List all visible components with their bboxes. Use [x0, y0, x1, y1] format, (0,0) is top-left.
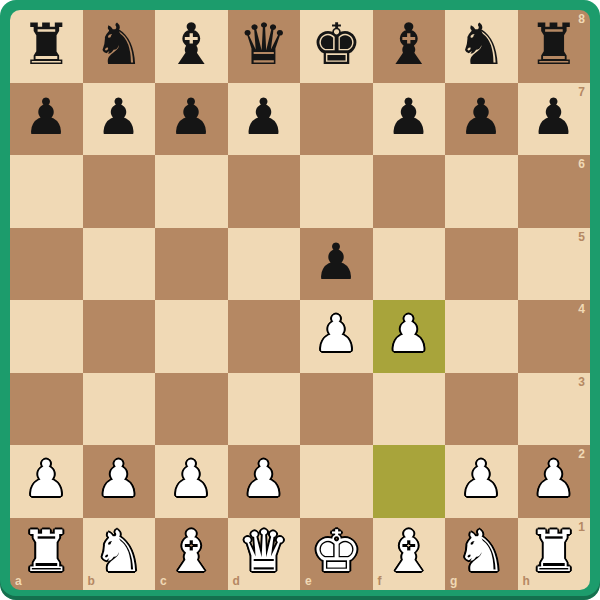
piece-white-pawn[interactable]: ♟ [24, 454, 69, 504]
square-g5[interactable] [445, 228, 518, 301]
square-d2[interactable]: ♟ [228, 445, 301, 518]
square-a7[interactable]: ♟ [10, 83, 83, 156]
square-d8[interactable]: ♛ [228, 10, 301, 83]
piece-white-knight[interactable]: ♞ [456, 523, 507, 580]
square-g2[interactable]: ♟ [445, 445, 518, 518]
piece-white-pawn[interactable]: ♟ [459, 454, 504, 504]
square-c3[interactable] [155, 373, 228, 446]
square-d6[interactable] [228, 155, 301, 228]
rank-label-4: 4 [578, 303, 585, 315]
square-f5[interactable] [373, 228, 446, 301]
square-c7[interactable]: ♟ [155, 83, 228, 156]
piece-black-rook[interactable]: ♜ [21, 16, 72, 73]
square-h5[interactable]: 5 [518, 228, 591, 301]
square-b2[interactable]: ♟ [83, 445, 156, 518]
square-h2[interactable]: 2♟ [518, 445, 591, 518]
square-h1[interactable]: 1h♜ [518, 518, 591, 591]
piece-black-pawn[interactable]: ♟ [459, 92, 504, 142]
rank-label-1: 1 [578, 521, 585, 533]
square-e7[interactable] [300, 83, 373, 156]
piece-white-pawn[interactable]: ♟ [169, 454, 214, 504]
square-b8[interactable]: ♞ [83, 10, 156, 83]
square-b6[interactable] [83, 155, 156, 228]
piece-black-pawn[interactable]: ♟ [241, 92, 286, 142]
square-e2[interactable] [300, 445, 373, 518]
square-f8[interactable]: ♝ [373, 10, 446, 83]
square-f3[interactable] [373, 373, 446, 446]
rank-label-5: 5 [578, 231, 585, 243]
square-g1[interactable]: g♞ [445, 518, 518, 591]
square-g7[interactable]: ♟ [445, 83, 518, 156]
piece-black-pawn[interactable]: ♟ [169, 92, 214, 142]
square-d1[interactable]: d♛ [228, 518, 301, 591]
piece-white-queen[interactable]: ♛ [238, 523, 289, 580]
piece-black-knight[interactable]: ♞ [93, 16, 144, 73]
square-h8[interactable]: 8♜ [518, 10, 591, 83]
square-f4[interactable]: ♟ [373, 300, 446, 373]
piece-white-rook[interactable]: ♜ [21, 523, 72, 580]
piece-white-pawn[interactable]: ♟ [531, 454, 576, 504]
piece-white-pawn[interactable]: ♟ [96, 454, 141, 504]
square-c4[interactable] [155, 300, 228, 373]
square-h4[interactable]: 4 [518, 300, 591, 373]
piece-white-pawn[interactable]: ♟ [314, 309, 359, 359]
chess-board: ♜♞♝♛♚♝♞8♜♟♟♟♟♟♟7♟6♟5♟♟43♟♟♟♟♟2♟a♜b♞c♝d♛e… [10, 10, 590, 590]
square-h6[interactable]: 6 [518, 155, 591, 228]
piece-black-king[interactable]: ♚ [311, 16, 362, 73]
square-b5[interactable] [83, 228, 156, 301]
square-b3[interactable] [83, 373, 156, 446]
square-d7[interactable]: ♟ [228, 83, 301, 156]
square-b7[interactable]: ♟ [83, 83, 156, 156]
square-c6[interactable] [155, 155, 228, 228]
rank-label-6: 6 [578, 158, 585, 170]
square-g8[interactable]: ♞ [445, 10, 518, 83]
square-e4[interactable]: ♟ [300, 300, 373, 373]
piece-black-bishop[interactable]: ♝ [383, 16, 434, 73]
square-d5[interactable] [228, 228, 301, 301]
square-f1[interactable]: f♝ [373, 518, 446, 591]
square-a5[interactable] [10, 228, 83, 301]
square-c5[interactable] [155, 228, 228, 301]
square-a3[interactable] [10, 373, 83, 446]
piece-white-pawn[interactable]: ♟ [241, 454, 286, 504]
square-g6[interactable] [445, 155, 518, 228]
piece-black-pawn[interactable]: ♟ [531, 92, 576, 142]
square-c1[interactable]: c♝ [155, 518, 228, 591]
square-b1[interactable]: b♞ [83, 518, 156, 591]
piece-white-pawn[interactable]: ♟ [386, 309, 431, 359]
square-e3[interactable] [300, 373, 373, 446]
square-f6[interactable] [373, 155, 446, 228]
board-frame: ♜♞♝♛♚♝♞8♜♟♟♟♟♟♟7♟6♟5♟♟43♟♟♟♟♟2♟a♜b♞c♝d♛e… [0, 0, 600, 600]
file-label-f: f [378, 575, 382, 587]
square-d3[interactable] [228, 373, 301, 446]
square-g4[interactable] [445, 300, 518, 373]
square-e6[interactable] [300, 155, 373, 228]
square-h3[interactable]: 3 [518, 373, 591, 446]
square-e5[interactable]: ♟ [300, 228, 373, 301]
piece-black-queen[interactable]: ♛ [238, 16, 289, 73]
square-a4[interactable] [10, 300, 83, 373]
piece-black-pawn[interactable]: ♟ [24, 92, 69, 142]
piece-black-knight[interactable]: ♞ [456, 16, 507, 73]
square-f2[interactable] [373, 445, 446, 518]
piece-black-bishop[interactable]: ♝ [166, 16, 217, 73]
piece-white-king[interactable]: ♚ [311, 523, 362, 580]
rank-label-7: 7 [578, 86, 585, 98]
square-b4[interactable] [83, 300, 156, 373]
rank-label-8: 8 [578, 13, 585, 25]
square-c8[interactable]: ♝ [155, 10, 228, 83]
square-a1[interactable]: a♜ [10, 518, 83, 591]
square-e8[interactable]: ♚ [300, 10, 373, 83]
piece-white-bishop[interactable]: ♝ [383, 523, 434, 580]
square-h7[interactable]: 7♟ [518, 83, 591, 156]
rank-label-3: 3 [578, 376, 585, 388]
square-g3[interactable] [445, 373, 518, 446]
square-c2[interactable]: ♟ [155, 445, 228, 518]
piece-black-pawn[interactable]: ♟ [314, 237, 359, 287]
square-e1[interactable]: e♚ [300, 518, 373, 591]
piece-black-rook[interactable]: ♜ [528, 16, 579, 73]
square-d4[interactable] [228, 300, 301, 373]
rank-label-2: 2 [578, 448, 585, 460]
square-a8[interactable]: ♜ [10, 10, 83, 83]
piece-white-rook[interactable]: ♜ [528, 523, 579, 580]
piece-white-bishop[interactable]: ♝ [166, 523, 217, 580]
square-a6[interactable] [10, 155, 83, 228]
piece-white-knight[interactable]: ♞ [93, 523, 144, 580]
piece-black-pawn[interactable]: ♟ [386, 92, 431, 142]
square-a2[interactable]: ♟ [10, 445, 83, 518]
square-f7[interactable]: ♟ [373, 83, 446, 156]
piece-black-pawn[interactable]: ♟ [96, 92, 141, 142]
